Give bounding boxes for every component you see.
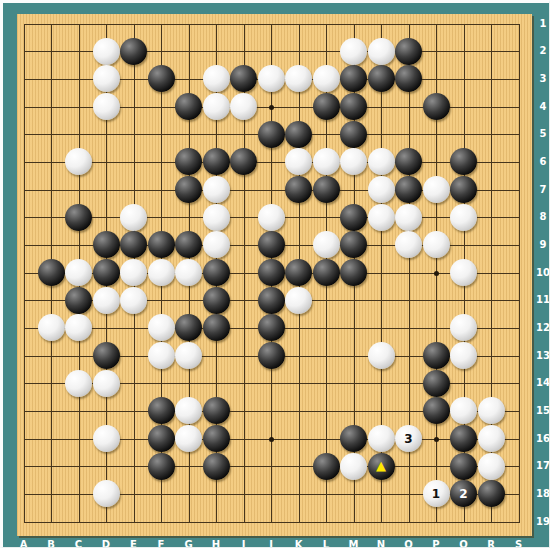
stone-white[interactable]: [203, 93, 230, 120]
stone-white[interactable]: [368, 38, 395, 65]
stone-black[interactable]: [423, 370, 450, 397]
stone-black[interactable]: [313, 259, 340, 286]
stone-white[interactable]: [258, 204, 285, 231]
stone-black[interactable]: [203, 148, 230, 175]
row-label: 11: [533, 294, 550, 305]
column-label: D: [96, 539, 116, 548]
stone-white[interactable]: [285, 65, 312, 92]
go-board[interactable]: 3▲12: [17, 14, 532, 536]
stone-white[interactable]: [230, 93, 257, 120]
stone-black[interactable]: [120, 38, 147, 65]
column-label: K: [289, 539, 309, 548]
stone-white[interactable]: [478, 453, 505, 480]
stone-black[interactable]: [230, 65, 257, 92]
stone-white[interactable]: [120, 204, 147, 231]
stone-black[interactable]: [395, 65, 422, 92]
stone-black[interactable]: [285, 176, 312, 203]
row-label: 19: [533, 516, 550, 527]
column-label: A: [14, 539, 34, 548]
stone-white[interactable]: [38, 314, 65, 341]
stone-black[interactable]: [175, 314, 202, 341]
stone-black[interactable]: [395, 38, 422, 65]
column-label: B: [41, 539, 61, 548]
row-label: 6: [533, 156, 550, 167]
stone-white[interactable]: [148, 342, 175, 369]
star-point: [434, 271, 439, 276]
row-label: 17: [533, 460, 550, 471]
stone-black[interactable]: [313, 176, 340, 203]
column-label: L: [316, 539, 336, 548]
stone-white[interactable]: [450, 259, 477, 286]
stone-black[interactable]: [65, 287, 92, 314]
column-label: E: [124, 539, 144, 548]
row-label: 3: [533, 73, 550, 84]
stone-white[interactable]: [285, 287, 312, 314]
stone-white[interactable]: [120, 259, 147, 286]
stone-black[interactable]: [203, 453, 230, 480]
stone-white[interactable]: [450, 397, 477, 424]
column-label: I: [234, 539, 254, 548]
stone-white[interactable]: [450, 204, 477, 231]
stone-black[interactable]: [285, 121, 312, 148]
stone-black[interactable]: [340, 204, 367, 231]
stone-black[interactable]: [340, 93, 367, 120]
stone-white[interactable]: [340, 38, 367, 65]
stone-black[interactable]: [175, 231, 202, 258]
column-label: O: [399, 539, 419, 548]
stone-white[interactable]: [313, 148, 340, 175]
move-number-label: 3: [404, 433, 412, 445]
stone-black[interactable]: [423, 342, 450, 369]
stone-white[interactable]: [203, 204, 230, 231]
move-number-label: 2: [459, 488, 467, 500]
stone-white[interactable]: [313, 65, 340, 92]
stone-black[interactable]: [340, 121, 367, 148]
stone-black[interactable]: [93, 259, 120, 286]
stone-black[interactable]: [340, 231, 367, 258]
row-label: 1: [533, 18, 550, 29]
stone-white[interactable]: [450, 342, 477, 369]
star-point: [269, 105, 274, 110]
column-label: H: [206, 539, 226, 548]
column-label: N: [371, 539, 391, 548]
stone-black[interactable]: [478, 480, 505, 507]
row-label: 4: [533, 101, 550, 112]
stone-white[interactable]: [368, 342, 395, 369]
row-label: 8: [533, 211, 550, 222]
stone-black[interactable]: [203, 425, 230, 452]
row-label: 16: [533, 433, 550, 444]
stone-white[interactable]: 1: [423, 480, 450, 507]
column-label: Q: [454, 539, 474, 548]
stone-white[interactable]: [368, 204, 395, 231]
row-label: 12: [533, 322, 550, 333]
stone-black[interactable]: [120, 231, 147, 258]
stone-black[interactable]: ▲: [368, 453, 395, 480]
stone-black[interactable]: [450, 425, 477, 452]
stone-white[interactable]: [175, 425, 202, 452]
stone-black[interactable]: [203, 397, 230, 424]
stone-white[interactable]: [258, 65, 285, 92]
stone-white[interactable]: [148, 259, 175, 286]
stone-white[interactable]: [175, 259, 202, 286]
stone-black[interactable]: [340, 65, 367, 92]
stone-black[interactable]: [450, 148, 477, 175]
column-label: G: [179, 539, 199, 548]
row-label: 10: [533, 267, 550, 278]
column-label: R: [481, 539, 501, 548]
stone-black[interactable]: [258, 121, 285, 148]
stone-white[interactable]: 3: [395, 425, 422, 452]
stone-white[interactable]: [313, 231, 340, 258]
column-label: S: [509, 539, 529, 548]
stone-black[interactable]: [395, 148, 422, 175]
stone-white[interactable]: [423, 231, 450, 258]
star-point: [269, 437, 274, 442]
stone-black[interactable]: [313, 453, 340, 480]
stone-white[interactable]: [450, 314, 477, 341]
stone-white[interactable]: [93, 480, 120, 507]
row-label: 15: [533, 405, 550, 416]
stone-white[interactable]: [340, 453, 367, 480]
stone-black[interactable]: [93, 231, 120, 258]
stone-white[interactable]: [368, 425, 395, 452]
stone-black[interactable]: [340, 259, 367, 286]
row-label: 2: [533, 45, 550, 56]
stone-black[interactable]: [175, 148, 202, 175]
stone-black[interactable]: [395, 176, 422, 203]
stone-white[interactable]: [120, 287, 147, 314]
row-label: 7: [533, 184, 550, 195]
row-label: 13: [533, 350, 550, 361]
stone-white[interactable]: [203, 231, 230, 258]
stone-black[interactable]: [148, 65, 175, 92]
stone-black[interactable]: [203, 314, 230, 341]
stone-black[interactable]: [450, 176, 477, 203]
stone-black[interactable]: [230, 148, 257, 175]
stone-black[interactable]: [148, 453, 175, 480]
stone-white[interactable]: [93, 93, 120, 120]
stone-black[interactable]: [148, 231, 175, 258]
stone-black[interactable]: [38, 259, 65, 286]
row-label: 14: [533, 377, 550, 388]
stone-black[interactable]: [423, 397, 450, 424]
stone-white[interactable]: [340, 148, 367, 175]
stone-white[interactable]: [478, 425, 505, 452]
row-label: 5: [533, 128, 550, 139]
stone-black[interactable]: [258, 259, 285, 286]
stone-black[interactable]: [93, 342, 120, 369]
move-number-label: 1: [432, 488, 440, 500]
stone-black[interactable]: 2: [450, 480, 477, 507]
row-label: 9: [533, 239, 550, 250]
stone-black[interactable]: [258, 342, 285, 369]
stone-black[interactable]: [423, 93, 450, 120]
stone-black[interactable]: [258, 287, 285, 314]
stone-white[interactable]: [93, 38, 120, 65]
go-game-panel: 3▲12 ABCDEFGHIJKLMNOPQRS 123456789101112…: [0, 0, 550, 548]
stone-white[interactable]: [423, 176, 450, 203]
stone-white[interactable]: [478, 397, 505, 424]
stone-white[interactable]: [368, 148, 395, 175]
stone-black[interactable]: [450, 453, 477, 480]
star-point: [434, 437, 439, 442]
stone-white[interactable]: [93, 425, 120, 452]
stone-black[interactable]: [148, 425, 175, 452]
stone-white[interactable]: [203, 176, 230, 203]
stone-white[interactable]: [93, 287, 120, 314]
stone-white[interactable]: [65, 259, 92, 286]
stone-white[interactable]: [93, 65, 120, 92]
column-label: C: [69, 539, 89, 548]
stone-white[interactable]: [203, 65, 230, 92]
stone-black[interactable]: [340, 425, 367, 452]
stone-white[interactable]: [395, 204, 422, 231]
stone-white[interactable]: [65, 314, 92, 341]
stone-white[interactable]: [65, 148, 92, 175]
stone-white[interactable]: [285, 148, 312, 175]
stone-black[interactable]: [175, 176, 202, 203]
stone-black[interactable]: [203, 287, 230, 314]
stone-black[interactable]: [368, 65, 395, 92]
stone-white[interactable]: [368, 176, 395, 203]
column-label: J: [261, 539, 281, 548]
stone-black[interactable]: [65, 204, 92, 231]
stone-white[interactable]: [148, 314, 175, 341]
stone-black[interactable]: [148, 397, 175, 424]
stone-black[interactable]: [285, 259, 312, 286]
stone-white[interactable]: [175, 397, 202, 424]
stone-white[interactable]: [395, 231, 422, 258]
stone-white[interactable]: [65, 370, 92, 397]
stone-black[interactable]: [175, 93, 202, 120]
stone-black[interactable]: [203, 259, 230, 286]
column-label: F: [151, 539, 171, 548]
row-label: 18: [533, 488, 550, 499]
triangle-marker: ▲: [376, 459, 386, 472]
column-label: M: [344, 539, 364, 548]
stone-black[interactable]: [258, 314, 285, 341]
stone-white[interactable]: [175, 342, 202, 369]
stone-black[interactable]: [258, 231, 285, 258]
column-label: P: [426, 539, 446, 548]
stone-black[interactable]: [313, 93, 340, 120]
stone-white[interactable]: [93, 370, 120, 397]
